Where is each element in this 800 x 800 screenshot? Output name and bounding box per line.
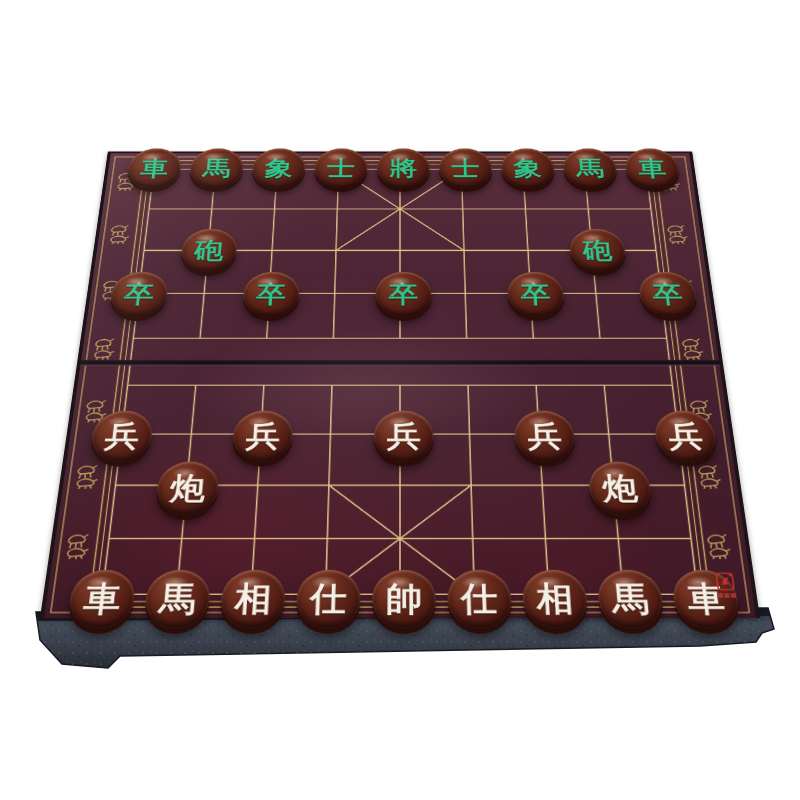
board-cell-f3r2[interactable] — [243, 188, 309, 229]
piece-white-soldier[interactable]: 兵 — [653, 411, 719, 462]
board-cell-f7r10[interactable]: 相 — [516, 570, 595, 628]
board-cell-f1r8[interactable] — [76, 462, 154, 515]
board-cell-f1r5[interactable] — [97, 317, 170, 363]
board-cell-f9r4[interactable]: 卒 — [632, 272, 704, 317]
piece-white-cannon[interactable]: 炮 — [155, 462, 220, 515]
piece-glyph: 兵 — [666, 421, 704, 450]
board-cell-f8r6[interactable] — [574, 363, 647, 411]
piece-green-general[interactable]: 將 — [377, 148, 430, 188]
piece-glyph: 帥 — [386, 582, 423, 616]
board-cell-f8r4[interactable] — [567, 272, 637, 317]
piece-glyph: 馬 — [202, 158, 232, 179]
board-cell-f4r4[interactable] — [303, 272, 370, 317]
board-cell-f9r8[interactable] — [653, 462, 732, 515]
board-cell-f7r8[interactable] — [511, 462, 586, 515]
piece-green-elephant[interactable]: 象 — [251, 148, 306, 188]
board-cell-f6r9[interactable] — [440, 515, 515, 570]
board-cell-f3r6[interactable] — [230, 363, 302, 411]
piece-glyph: 砲 — [194, 239, 225, 262]
board-cell-f4r7[interactable] — [297, 411, 369, 462]
piece-green-soldier[interactable]: 卒 — [507, 272, 565, 317]
piece-glyph: 士 — [327, 158, 355, 179]
piece-glyph: 車 — [637, 158, 667, 179]
board-cell-f9r1[interactable]: 車 — [619, 148, 686, 188]
board-cell-f6r3[interactable] — [435, 229, 501, 272]
board-cell-f5r3[interactable] — [371, 229, 436, 272]
board-cell-f6r7[interactable] — [438, 411, 510, 462]
board-cell-f1r9[interactable] — [69, 515, 149, 570]
piece-glyph: 兵 — [527, 421, 563, 450]
piece-glyph: 將 — [389, 158, 417, 179]
piece-white-soldier[interactable]: 兵 — [231, 411, 293, 462]
board-cell-f3r5[interactable] — [233, 317, 303, 363]
piece-glyph: 卒 — [652, 282, 685, 306]
piece-green-soldier[interactable]: 卒 — [375, 272, 431, 317]
piece-green-soldier[interactable]: 卒 — [242, 272, 300, 317]
board-cell-f2r6[interactable] — [160, 363, 233, 411]
piece-glyph: 兵 — [245, 421, 281, 450]
piece-white-elephant[interactable]: 相 — [522, 570, 589, 628]
piece-glyph: 兵 — [386, 421, 420, 450]
board-cell-f8r5[interactable] — [570, 317, 642, 363]
board-cell-f9r7[interactable]: 兵 — [647, 411, 724, 462]
board-cell-f1r10[interactable]: 車 — [61, 570, 143, 628]
board-cell-f4r1[interactable]: 士 — [309, 148, 372, 188]
piece-glyph: 仕 — [310, 582, 348, 616]
piece-glyph: 相 — [535, 582, 574, 616]
board-cell-f6r6[interactable] — [438, 363, 508, 411]
board-cell-f4r6[interactable] — [299, 363, 369, 411]
board-cell-f3r7[interactable]: 兵 — [226, 411, 299, 462]
board-cell-f3r8[interactable] — [222, 462, 297, 515]
piece-white-soldier[interactable]: 兵 — [374, 411, 434, 462]
board-cell-f8r10[interactable]: 馬 — [590, 570, 671, 628]
board-cell-f2r2[interactable] — [179, 188, 246, 229]
board-cell-f8r8[interactable]: 炮 — [582, 462, 659, 515]
board-cell-f1r2[interactable] — [115, 188, 183, 229]
piece-glyph: 炮 — [601, 473, 639, 504]
piece-green-chariot[interactable]: 車 — [126, 148, 183, 188]
piece-green-advisor[interactable]: 士 — [314, 148, 368, 188]
piece-white-horse[interactable]: 馬 — [143, 570, 212, 628]
board-cell-f1r1[interactable]: 車 — [121, 148, 188, 188]
board-cell-f5r7[interactable]: 兵 — [368, 411, 439, 462]
board-cell-f4r2[interactable] — [307, 188, 372, 229]
board-cell-f7r1[interactable]: 象 — [496, 148, 561, 188]
board-cell-f9r3[interactable] — [628, 229, 698, 272]
piece-green-elephant[interactable]: 象 — [500, 148, 555, 188]
board-cell-f2r3[interactable]: 砲 — [175, 229, 244, 272]
board-cell-f5r2[interactable] — [371, 188, 435, 229]
board-cell-f6r4[interactable] — [436, 272, 504, 317]
board-cell-f2r9[interactable] — [143, 515, 222, 570]
piece-white-advisor[interactable]: 仕 — [447, 570, 512, 628]
board-cell-f6r5[interactable] — [437, 317, 506, 363]
piece-white-soldier[interactable]: 兵 — [514, 411, 577, 462]
board-cell-f7r3[interactable] — [499, 229, 566, 272]
piece-green-cannon[interactable]: 砲 — [569, 229, 628, 272]
piece-glyph: 卒 — [256, 282, 287, 306]
board-cell-f3r9[interactable] — [218, 515, 295, 570]
board-cell-f3r1[interactable]: 象 — [246, 148, 311, 188]
board-cell-f2r8[interactable]: 炮 — [149, 462, 226, 515]
board-cell-f2r1[interactable]: 馬 — [183, 148, 249, 188]
piece-glyph: 相 — [234, 582, 273, 616]
piece-white-horse[interactable]: 馬 — [596, 570, 665, 628]
board-cell-f7r5[interactable] — [504, 317, 574, 363]
piece-white-elephant[interactable]: 相 — [219, 570, 286, 628]
board-cell-f7r7[interactable]: 兵 — [508, 411, 582, 462]
piece-green-soldier[interactable]: 卒 — [637, 272, 698, 317]
piece-glyph: 象 — [513, 158, 542, 179]
board-cell-f4r5[interactable] — [301, 317, 370, 363]
piece-white-chariot[interactable]: 車 — [67, 570, 138, 628]
board-cell-f6r8[interactable] — [439, 462, 513, 515]
board-cell-f8r9[interactable] — [586, 515, 665, 570]
board-cell-f1r4[interactable]: 卒 — [103, 272, 174, 317]
piece-white-advisor[interactable]: 仕 — [296, 570, 361, 628]
board-cell-f2r7[interactable] — [155, 411, 230, 462]
board-cell-f7r9[interactable] — [513, 515, 590, 570]
piece-white-general[interactable]: 帥 — [372, 570, 436, 628]
board-cell-f7r2[interactable] — [498, 188, 564, 229]
board-cell-f2r10[interactable]: 馬 — [137, 570, 218, 628]
board-cell-f9r9[interactable] — [659, 515, 740, 570]
board-cell-f4r3[interactable] — [305, 229, 371, 272]
board-cell-f3r4[interactable]: 卒 — [237, 272, 306, 317]
xiangqi-board: 車馬象士將士象馬車砲砲卒卒卒卒卒兵兵兵兵兵炮炮車馬相仕帥仕相馬車 — [40, 151, 760, 618]
board-grid: 車馬象士將士象馬車砲砲卒卒卒卒卒兵兵兵兵兵炮炮車馬相仕帥仕相馬車 — [61, 148, 748, 628]
piece-glyph: 象 — [264, 158, 293, 179]
board-cell-f3r3[interactable] — [240, 229, 307, 272]
board-cell-f9r6[interactable] — [642, 363, 717, 411]
piece-glyph: 砲 — [582, 239, 613, 262]
piece-green-horse[interactable]: 馬 — [562, 148, 618, 188]
brand-logo — [713, 572, 739, 603]
board-cell-f4r10[interactable]: 仕 — [290, 570, 367, 628]
board-cell-f1r7[interactable]: 兵 — [83, 411, 160, 462]
piece-glyph: 馬 — [158, 582, 198, 616]
piece-glyph: 士 — [451, 158, 480, 179]
piece-glyph: 馬 — [610, 582, 650, 616]
board-cell-f4r9[interactable] — [292, 515, 367, 570]
piece-white-soldier[interactable]: 兵 — [89, 411, 154, 462]
board-cell-f3r10[interactable]: 相 — [213, 570, 292, 628]
board-cell-f4r8[interactable] — [295, 462, 369, 515]
board-cell-f5r8[interactable] — [367, 462, 440, 515]
board-cell-f8r1[interactable]: 馬 — [557, 148, 623, 188]
board-cell-f6r2[interactable] — [435, 188, 500, 229]
board-cell-f6r1[interactable]: 士 — [434, 148, 497, 188]
piece-white-cannon[interactable]: 炮 — [587, 462, 653, 515]
product-photo-scene: 車馬象士將士象馬車砲砲卒卒卒卒卒兵兵兵兵兵炮炮車馬相仕帥仕相馬車 — [0, 0, 800, 800]
board-cell-f1r3[interactable] — [109, 229, 179, 272]
piece-glyph: 炮 — [169, 473, 207, 504]
board-cell-f7r6[interactable] — [506, 363, 578, 411]
piece-glyph: 卒 — [123, 282, 155, 306]
board-perspective-wrap: 車馬象士將士象馬車砲砲卒卒卒卒卒兵兵兵兵兵炮炮車馬相仕帥仕相馬車 — [40, 151, 760, 618]
piece-glyph: 馬 — [575, 158, 605, 179]
board-cell-f5r1[interactable]: 將 — [372, 148, 435, 188]
board-cell-f5r9[interactable] — [367, 515, 442, 570]
piece-glyph: 兵 — [103, 421, 141, 450]
board-cell-f2r5[interactable] — [165, 317, 237, 363]
board-cell-f5r10[interactable]: 帥 — [366, 570, 442, 628]
board-cell-f9r5[interactable] — [637, 317, 710, 363]
piece-green-soldier[interactable]: 卒 — [108, 272, 169, 317]
piece-green-cannon[interactable]: 砲 — [180, 229, 238, 272]
piece-glyph: 卒 — [389, 282, 419, 306]
board-cell-f1r6[interactable] — [90, 363, 165, 411]
board-cell-f5r5[interactable] — [370, 317, 438, 363]
board-cell-f8r7[interactable] — [578, 411, 653, 462]
piece-glyph: 卒 — [520, 282, 551, 306]
board-cell-f5r4[interactable]: 卒 — [370, 272, 437, 317]
board-cell-f8r3[interactable]: 砲 — [563, 229, 632, 272]
piece-green-chariot[interactable]: 車 — [624, 148, 681, 188]
piece-glyph: 仕 — [461, 582, 499, 616]
piece-glyph: 車 — [82, 582, 123, 616]
board-cell-f9r2[interactable] — [623, 188, 691, 229]
board-cell-f7r4[interactable]: 卒 — [501, 272, 570, 317]
board-cell-f8r2[interactable] — [560, 188, 627, 229]
piece-glyph: 車 — [139, 158, 169, 179]
board-cell-f6r10[interactable]: 仕 — [441, 570, 518, 628]
piece-green-horse[interactable]: 馬 — [188, 148, 244, 188]
board-cell-f5r6[interactable] — [369, 363, 439, 411]
board-cell-f2r4[interactable] — [170, 272, 240, 317]
piece-green-advisor[interactable]: 士 — [439, 148, 493, 188]
